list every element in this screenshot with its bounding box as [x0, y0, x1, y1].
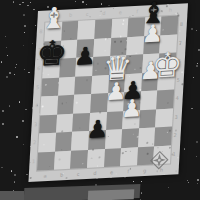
rank-label-left-3: 3 [34, 122, 37, 127]
white-pawn[interactable]: ♟ [141, 21, 164, 46]
square-c1[interactable] [70, 149, 88, 168]
square-b2[interactable] [55, 132, 73, 151]
square-h3[interactable] [155, 108, 173, 127]
table-highlight [88, 189, 135, 200]
white-king[interactable]: ♚ [151, 47, 183, 83]
file-label-top-e: e [119, 10, 122, 15]
black-pawn[interactable]: ♟ [73, 43, 96, 68]
square-b3[interactable] [56, 113, 74, 132]
square-a1[interactable] [37, 151, 55, 170]
square-g2[interactable] [138, 127, 156, 146]
white-pawn[interactable]: ♟ [120, 96, 143, 121]
file-label-top-f: f [136, 9, 138, 14]
rank-label-left-1: 1 [32, 159, 35, 164]
white-bishop[interactable]: ♝ [40, 3, 68, 33]
rank-label-left-4: 4 [35, 103, 38, 108]
photo-chessboard-scene: aabbccddeeffgghh8877665544332211♝♝♟♚♟♛♟♚… [0, 0, 200, 200]
file-label-bottom-h: h [160, 167, 163, 172]
square-h4[interactable] [157, 90, 175, 109]
rank-label-right-8: 8 [180, 22, 183, 27]
square-a5[interactable] [41, 77, 59, 96]
rank-label-right-2: 2 [173, 133, 176, 138]
rank-label-left-5: 5 [36, 85, 39, 90]
square-e1[interactable] [104, 148, 122, 167]
square-b5[interactable] [58, 76, 76, 95]
square-f1[interactable] [120, 147, 138, 166]
file-label-top-h: h [169, 7, 172, 12]
file-label-bottom-c: c [77, 171, 80, 176]
square-c5[interactable] [74, 75, 92, 94]
table-corner [0, 191, 24, 200]
black-pawn[interactable]: ♟ [86, 116, 109, 141]
square-e8[interactable] [111, 18, 129, 37]
square-c4[interactable] [73, 94, 91, 113]
file-label-top-d: d [102, 11, 105, 16]
file-label-top-b: b [69, 13, 72, 18]
black-king[interactable]: ♚ [36, 35, 68, 71]
file-label-bottom-d: d [93, 170, 96, 175]
rank-label-right-4: 4 [175, 96, 178, 101]
table-surface [24, 184, 141, 200]
square-d8[interactable] [94, 19, 112, 38]
rank-label-right-1: 1 [172, 152, 175, 157]
rank-label-right-3: 3 [174, 115, 177, 120]
file-label-bottom-e: e [110, 170, 113, 175]
square-h2[interactable] [154, 127, 172, 146]
rank-label-left-2: 2 [33, 140, 36, 145]
square-a3[interactable] [39, 114, 57, 133]
file-label-bottom-g: g [143, 168, 146, 173]
file-label-top-c: c [86, 12, 89, 17]
square-a2[interactable] [38, 133, 56, 152]
square-d1[interactable] [87, 149, 105, 168]
square-b1[interactable] [54, 150, 72, 169]
board-mat: aabbccddeeffgghh8877665544332211♝♝♟♚♟♛♟♚… [28, 3, 188, 182]
square-b4[interactable] [57, 95, 75, 114]
square-f2[interactable] [121, 128, 139, 147]
file-label-bottom-a: a [43, 173, 46, 178]
square-c8[interactable] [78, 20, 96, 39]
file-label-bottom-b: b [60, 172, 63, 177]
file-label-bottom-f: f [127, 169, 129, 174]
square-a4[interactable] [40, 96, 58, 115]
